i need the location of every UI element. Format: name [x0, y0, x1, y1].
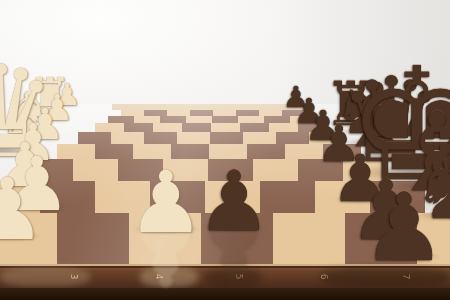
shadow-black-pawn-e7	[334, 196, 386, 204]
shadow-white-pawn-e2	[1, 180, 49, 187]
square-f6	[253, 159, 298, 181]
shadow-black-pawn-c7	[307, 137, 340, 142]
square-d6	[243, 132, 276, 144]
square-c6	[240, 123, 269, 132]
square-h6	[273, 213, 345, 264]
board-bottom-side	[0, 288, 450, 300]
shadow-white-pawn-a2	[55, 103, 79, 107]
square-b5	[212, 116, 238, 123]
square-c7	[269, 123, 298, 132]
square-f5	[208, 159, 253, 181]
square-d7	[276, 132, 309, 144]
shadow-white-rook-a1	[30, 110, 70, 116]
square-d1	[78, 132, 111, 144]
chessboard-photo: 34567 ♟♟♜♟♟♜♞♞♟♟♝♛♛♟♟♚♟♝♟♟♞♟♟♟♟♟♟♟	[0, 0, 450, 300]
edge-reflection-3	[320, 267, 450, 287]
square-b2	[134, 116, 160, 123]
square-g4	[150, 181, 205, 213]
square-c5	[211, 123, 240, 132]
square-f4	[163, 159, 208, 181]
square-d2	[111, 132, 144, 144]
shadow-white-pawn-h4	[132, 224, 200, 234]
shadow-white-knight-b1	[3, 127, 49, 134]
square-h3	[57, 213, 129, 264]
shadow-black-pawn-d7	[319, 158, 359, 164]
square-h4	[129, 213, 201, 264]
square-b1	[108, 116, 134, 123]
edge-reflection-1	[140, 267, 198, 287]
square-e2	[95, 144, 133, 159]
square-e7	[285, 144, 323, 159]
square-c4	[182, 123, 211, 132]
square-g5	[205, 181, 260, 213]
square-g6	[260, 181, 315, 213]
shadow-white-pawn-c2	[28, 135, 62, 140]
square-c3	[153, 123, 182, 132]
shadow-black-bishop-c8	[341, 138, 411, 148]
square-c8	[298, 123, 327, 132]
edge-reflection-2	[205, 267, 262, 287]
edge-reflection-0	[0, 267, 90, 287]
square-d3	[144, 132, 177, 144]
square-h5	[201, 213, 273, 264]
shadow-black-pawn-a7	[284, 105, 307, 108]
square-b7	[264, 116, 290, 123]
square-e4	[171, 144, 209, 159]
square-g3	[95, 181, 150, 213]
square-b4	[186, 116, 212, 123]
square-f2	[73, 159, 118, 181]
square-d5	[210, 132, 243, 144]
shadow-black-rook-a8	[327, 119, 375, 126]
square-e3	[133, 144, 171, 159]
square-b3	[160, 116, 186, 123]
square-f1	[28, 159, 73, 181]
shadow-white-pawn-f2	[7, 203, 66, 212]
square-b6	[238, 116, 264, 123]
square-e6	[247, 144, 285, 159]
square-e5	[209, 144, 247, 159]
square-d4	[177, 132, 210, 144]
square-c2	[124, 123, 153, 132]
square-e1	[57, 144, 95, 159]
square-f3	[118, 159, 163, 181]
square-c1	[95, 123, 124, 132]
